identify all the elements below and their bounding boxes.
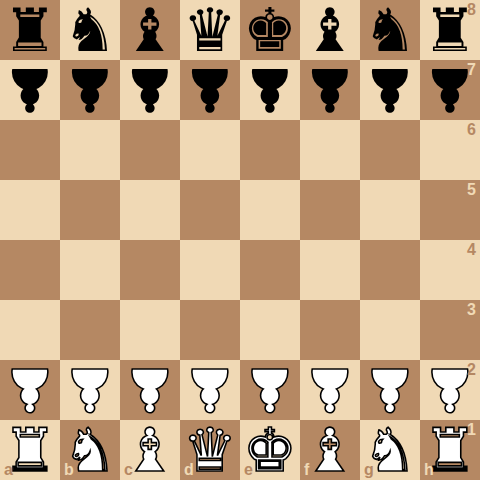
square-b2[interactable]: ♟ <box>60 360 120 420</box>
piece-black-pawn[interactable]: ♟ <box>123 60 177 120</box>
square-g8[interactable]: ♞ <box>360 0 420 60</box>
rank-label-4: 4 <box>467 242 476 258</box>
square-d4[interactable] <box>180 240 240 300</box>
piece-black-pawn[interactable]: ♟ <box>423 60 477 120</box>
rank-label-6: 6 <box>467 122 476 138</box>
square-a4[interactable] <box>0 240 60 300</box>
piece-black-pawn[interactable]: ♟ <box>363 60 417 120</box>
piece-black-rook[interactable]: ♜ <box>3 0 57 60</box>
square-e7[interactable]: ♟ <box>240 60 300 120</box>
square-h2[interactable]: ♟2 <box>420 360 480 420</box>
square-b3[interactable] <box>60 300 120 360</box>
square-a6[interactable] <box>0 120 60 180</box>
square-d8[interactable]: ♛ <box>180 0 240 60</box>
square-e6[interactable] <box>240 120 300 180</box>
square-f5[interactable] <box>300 180 360 240</box>
square-c5[interactable] <box>120 180 180 240</box>
square-g3[interactable] <box>360 300 420 360</box>
piece-black-queen[interactable]: ♛ <box>183 0 237 60</box>
piece-white-pawn[interactable]: ♟ <box>183 360 237 420</box>
piece-white-pawn[interactable]: ♟ <box>243 360 297 420</box>
piece-black-bishop[interactable]: ♝ <box>123 0 177 60</box>
square-e4[interactable] <box>240 240 300 300</box>
square-g5[interactable] <box>360 180 420 240</box>
square-f4[interactable] <box>300 240 360 300</box>
piece-white-pawn[interactable]: ♟ <box>3 360 57 420</box>
square-f3[interactable] <box>300 300 360 360</box>
square-g6[interactable] <box>360 120 420 180</box>
square-c7[interactable]: ♟ <box>120 60 180 120</box>
square-d6[interactable] <box>180 120 240 180</box>
square-e5[interactable] <box>240 180 300 240</box>
square-g1[interactable]: ♞g <box>360 420 420 480</box>
square-g7[interactable]: ♟ <box>360 60 420 120</box>
square-h8[interactable]: ♜8 <box>420 0 480 60</box>
piece-white-pawn[interactable]: ♟ <box>123 360 177 420</box>
square-d5[interactable] <box>180 180 240 240</box>
rank-label-5: 5 <box>467 182 476 198</box>
rank-label-3: 3 <box>467 302 476 318</box>
square-f2[interactable]: ♟ <box>300 360 360 420</box>
square-b5[interactable] <box>60 180 120 240</box>
square-a1[interactable]: ♜a <box>0 420 60 480</box>
square-a8[interactable]: ♜ <box>0 0 60 60</box>
square-h1[interactable]: ♜1h <box>420 420 480 480</box>
square-g4[interactable] <box>360 240 420 300</box>
piece-black-pawn[interactable]: ♟ <box>3 60 57 120</box>
chess-board: ♜♞♝♛♚♝♞♜8♟♟♟♟♟♟♟♟76543♟♟♟♟♟♟♟♟2♜a♞b♝c♛d♚… <box>0 0 480 480</box>
square-f8[interactable]: ♝ <box>300 0 360 60</box>
square-c6[interactable] <box>120 120 180 180</box>
square-a2[interactable]: ♟ <box>0 360 60 420</box>
piece-black-knight[interactable]: ♞ <box>63 0 117 60</box>
square-h5[interactable]: 5 <box>420 180 480 240</box>
piece-black-knight[interactable]: ♞ <box>363 0 417 60</box>
piece-white-rook[interactable]: ♜ <box>3 420 57 480</box>
square-c4[interactable] <box>120 240 180 300</box>
piece-white-pawn[interactable]: ♟ <box>363 360 417 420</box>
square-c3[interactable] <box>120 300 180 360</box>
square-c8[interactable]: ♝ <box>120 0 180 60</box>
square-e3[interactable] <box>240 300 300 360</box>
square-d3[interactable] <box>180 300 240 360</box>
piece-white-bishop[interactable]: ♝ <box>123 420 177 480</box>
square-a7[interactable]: ♟ <box>0 60 60 120</box>
square-b1[interactable]: ♞b <box>60 420 120 480</box>
piece-white-bishop[interactable]: ♝ <box>303 420 357 480</box>
square-f6[interactable] <box>300 120 360 180</box>
square-b4[interactable] <box>60 240 120 300</box>
piece-black-pawn[interactable]: ♟ <box>303 60 357 120</box>
square-d2[interactable]: ♟ <box>180 360 240 420</box>
piece-black-pawn[interactable]: ♟ <box>243 60 297 120</box>
square-e2[interactable]: ♟ <box>240 360 300 420</box>
square-e1[interactable]: ♚e <box>240 420 300 480</box>
square-g2[interactable]: ♟ <box>360 360 420 420</box>
square-f7[interactable]: ♟ <box>300 60 360 120</box>
square-b6[interactable] <box>60 120 120 180</box>
piece-white-queen[interactable]: ♛ <box>183 420 237 480</box>
piece-black-bishop[interactable]: ♝ <box>303 0 357 60</box>
square-d1[interactable]: ♛d <box>180 420 240 480</box>
square-b8[interactable]: ♞ <box>60 0 120 60</box>
square-c1[interactable]: ♝c <box>120 420 180 480</box>
square-e8[interactable]: ♚ <box>240 0 300 60</box>
piece-white-knight[interactable]: ♞ <box>363 420 417 480</box>
square-h3[interactable]: 3 <box>420 300 480 360</box>
square-h7[interactable]: ♟7 <box>420 60 480 120</box>
piece-black-pawn[interactable]: ♟ <box>183 60 237 120</box>
square-a5[interactable] <box>0 180 60 240</box>
square-f1[interactable]: ♝f <box>300 420 360 480</box>
square-h6[interactable]: 6 <box>420 120 480 180</box>
piece-white-knight[interactable]: ♞ <box>63 420 117 480</box>
piece-black-pawn[interactable]: ♟ <box>63 60 117 120</box>
piece-white-king[interactable]: ♚ <box>243 420 297 480</box>
piece-white-pawn[interactable]: ♟ <box>303 360 357 420</box>
piece-black-king[interactable]: ♚ <box>243 0 297 60</box>
piece-white-pawn[interactable]: ♟ <box>423 360 477 420</box>
square-d7[interactable]: ♟ <box>180 60 240 120</box>
square-c2[interactable]: ♟ <box>120 360 180 420</box>
piece-black-rook[interactable]: ♜ <box>423 0 477 60</box>
square-a3[interactable] <box>0 300 60 360</box>
square-b7[interactable]: ♟ <box>60 60 120 120</box>
piece-white-pawn[interactable]: ♟ <box>63 360 117 420</box>
square-h4[interactable]: 4 <box>420 240 480 300</box>
piece-white-rook[interactable]: ♜ <box>423 420 477 480</box>
